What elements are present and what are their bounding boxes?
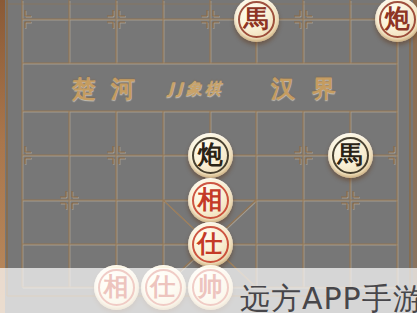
piece-character: 炮 <box>198 142 223 167</box>
xiangqi-board: 楚河 JJ象棋 汉界 馬炮炮馬相仕相仕帅 远方APP手游网 <box>0 0 417 313</box>
piece-red-elephant[interactable]: 相 <box>188 178 233 223</box>
board-right-edge <box>413 0 417 313</box>
piece-character: 馬 <box>244 6 269 31</box>
piece-character: 相 <box>198 187 223 212</box>
piece-character: 馬 <box>338 142 363 167</box>
piece-red-advisor[interactable]: 仕 <box>188 222 233 267</box>
river-label-chu: 楚河 <box>72 73 150 105</box>
piece-black-cannon[interactable]: 炮 <box>188 133 233 178</box>
river-app-logo: JJ象棋 <box>168 79 224 100</box>
piece-red-cannon[interactable]: 炮 <box>375 0 417 42</box>
piece-red-horse[interactable]: 馬 <box>234 0 279 42</box>
board-left-edge <box>0 0 5 313</box>
piece-character: 炮 <box>385 6 410 31</box>
piece-character: 仕 <box>198 231 223 256</box>
piece-black-horse[interactable]: 馬 <box>328 133 373 178</box>
river-label-han: 汉界 <box>271 73 353 105</box>
watermark-text: 远方APP手游网 <box>240 279 417 313</box>
